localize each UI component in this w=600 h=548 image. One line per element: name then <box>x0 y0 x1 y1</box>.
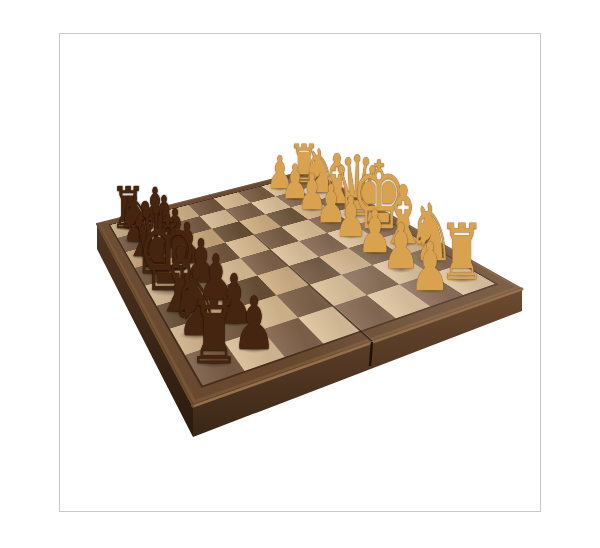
product-photo: ♜♞♝♛♚♝♞♜♟♟♟♟♟♟♟♟♟♟♟♟♟♟♟♟♜♞♝♛♚♝♞♜ <box>0 0 600 548</box>
chessboard-scene: ♜♞♝♛♚♝♞♜♟♟♟♟♟♟♟♟♟♟♟♟♟♟♟♟♜♞♝♛♚♝♞♜ <box>0 0 600 548</box>
